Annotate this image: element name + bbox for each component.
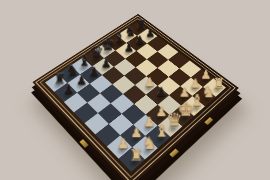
board-tilt: ♜♞♝♛♚♝♞♜♟♟♟♟♟♟♟♟♟♟♟♟♟♟♟♟♜♞♝♛♚♝♞♜ <box>32 14 238 180</box>
white-rook[interactable]: ♜ <box>125 148 146 164</box>
black-pawn[interactable]: ♟ <box>60 83 78 95</box>
photo-scene: ♜♞♝♛♚♝♞♜♟♟♟♟♟♟♟♟♟♟♟♟♟♟♟♟♜♞♝♛♚♝♞♜ <box>0 0 270 180</box>
chess-board[interactable]: ♜♞♝♛♚♝♞♜♟♟♟♟♟♟♟♟♟♟♟♟♟♟♟♟♜♞♝♛♚♝♞♜ <box>32 14 238 180</box>
black-pawn[interactable]: ♟ <box>121 42 138 53</box>
brass-hinge-icon <box>204 117 213 125</box>
board-grid: ♜♞♝♛♚♝♞♜♟♟♟♟♟♟♟♟♟♟♟♟♟♟♟♟♜♞♝♛♚♝♞♜ <box>45 21 226 171</box>
brass-clasp-icon <box>79 139 88 148</box>
brass-hinge-icon <box>169 149 179 158</box>
perspective-wrapper: ♜♞♝♛♚♝♞♜♟♟♟♟♟♟♟♟♟♟♟♟♟♟♟♟♜♞♝♛♚♝♞♜ <box>0 0 270 180</box>
black-pawn[interactable]: ♟ <box>152 86 171 98</box>
